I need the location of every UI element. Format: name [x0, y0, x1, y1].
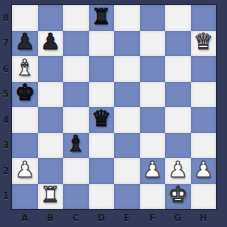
piece-black-pawn: ♟	[15, 31, 35, 53]
rank-labels: 87654321	[0, 5, 12, 209]
piece-white-king: ♚	[168, 184, 188, 206]
square-b5[interactable]	[38, 82, 64, 108]
square-g2[interactable]: ♟	[165, 158, 191, 184]
rank-label-8: 8	[0, 5, 12, 31]
file-label-d: D	[89, 209, 115, 227]
square-f4[interactable]	[140, 107, 166, 133]
square-c5[interactable]	[63, 82, 89, 108]
square-d6[interactable]	[89, 56, 115, 82]
square-f2[interactable]: ♟	[140, 158, 166, 184]
rank-label-4: 4	[0, 107, 12, 133]
rank-label-7: 7	[0, 31, 12, 57]
square-c8[interactable]	[63, 5, 89, 31]
square-g5[interactable]	[165, 82, 191, 108]
square-h3[interactable]	[191, 133, 217, 159]
square-b1[interactable]: ♜	[38, 184, 64, 210]
file-label-c: C	[63, 209, 89, 227]
square-d5[interactable]	[89, 82, 115, 108]
square-a1[interactable]	[12, 184, 38, 210]
square-d2[interactable]	[89, 158, 115, 184]
square-e7[interactable]	[114, 31, 140, 57]
square-e3[interactable]	[114, 133, 140, 159]
square-d3[interactable]	[89, 133, 115, 159]
square-d1[interactable]	[89, 184, 115, 210]
chess-board: ♜♟♟♛♝♚♛♝♟♟♟♟♜♚	[12, 5, 216, 209]
file-label-b: B	[38, 209, 64, 227]
square-h5[interactable]	[191, 82, 217, 108]
piece-black-queen: ♛	[91, 108, 111, 130]
piece-white-pawn: ♟	[142, 159, 162, 181]
rank-label-6: 6	[0, 56, 12, 82]
square-d8[interactable]: ♜	[89, 5, 115, 31]
file-label-f: F	[140, 209, 166, 227]
square-b2[interactable]	[38, 158, 64, 184]
square-c3[interactable]: ♝	[63, 133, 89, 159]
piece-white-queen: ♛	[193, 31, 213, 53]
file-label-e: E	[114, 209, 140, 227]
square-e5[interactable]	[114, 82, 140, 108]
square-d7[interactable]	[89, 31, 115, 57]
piece-white-pawn: ♟	[168, 159, 188, 181]
square-g1[interactable]: ♚	[165, 184, 191, 210]
rank-label-3: 3	[0, 133, 12, 159]
square-a5[interactable]: ♚	[12, 82, 38, 108]
square-a3[interactable]	[12, 133, 38, 159]
square-a8[interactable]	[12, 5, 38, 31]
square-c2[interactable]	[63, 158, 89, 184]
piece-white-pawn: ♟	[15, 159, 35, 181]
square-f3[interactable]	[140, 133, 166, 159]
square-e1[interactable]	[114, 184, 140, 210]
square-c4[interactable]	[63, 107, 89, 133]
square-h6[interactable]	[191, 56, 217, 82]
square-a7[interactable]: ♟	[12, 31, 38, 57]
piece-white-bishop: ♝	[15, 57, 35, 79]
square-e4[interactable]	[114, 107, 140, 133]
square-h8[interactable]	[191, 5, 217, 31]
square-f5[interactable]	[140, 82, 166, 108]
file-label-a: A	[12, 209, 38, 227]
piece-black-pawn: ♟	[40, 31, 60, 53]
file-label-h: H	[191, 209, 217, 227]
square-h4[interactable]	[191, 107, 217, 133]
square-g6[interactable]	[165, 56, 191, 82]
piece-black-rook: ♜	[91, 6, 111, 28]
square-a6[interactable]: ♝	[12, 56, 38, 82]
square-f6[interactable]	[140, 56, 166, 82]
square-e2[interactable]	[114, 158, 140, 184]
file-labels: ABCDEFGH	[12, 209, 216, 227]
square-g8[interactable]	[165, 5, 191, 31]
square-a2[interactable]: ♟	[12, 158, 38, 184]
square-e6[interactable]	[114, 56, 140, 82]
square-b8[interactable]	[38, 5, 64, 31]
rank-label-1: 1	[0, 184, 12, 210]
square-b3[interactable]	[38, 133, 64, 159]
piece-black-bishop: ♝	[66, 133, 86, 155]
square-b7[interactable]: ♟	[38, 31, 64, 57]
square-f8[interactable]	[140, 5, 166, 31]
square-g7[interactable]	[165, 31, 191, 57]
square-c1[interactable]	[63, 184, 89, 210]
square-g4[interactable]	[165, 107, 191, 133]
square-c6[interactable]	[63, 56, 89, 82]
square-e8[interactable]	[114, 5, 140, 31]
rank-label-5: 5	[0, 82, 12, 108]
square-d4[interactable]: ♛	[89, 107, 115, 133]
chessboard-frame: 87654321 ♜♟♟♛♝♚♛♝♟♟♟♟♜♚ ABCDEFGH	[0, 0, 227, 227]
square-b4[interactable]	[38, 107, 64, 133]
square-h7[interactable]: ♛	[191, 31, 217, 57]
square-f1[interactable]	[140, 184, 166, 210]
square-b6[interactable]	[38, 56, 64, 82]
square-c7[interactable]	[63, 31, 89, 57]
square-a4[interactable]	[12, 107, 38, 133]
piece-black-king: ♚	[15, 82, 35, 104]
square-g3[interactable]	[165, 133, 191, 159]
piece-white-rook: ♜	[40, 184, 60, 206]
piece-white-pawn: ♟	[193, 159, 213, 181]
rank-label-2: 2	[0, 158, 12, 184]
file-label-g: G	[165, 209, 191, 227]
square-h1[interactable]	[191, 184, 217, 210]
square-f7[interactable]	[140, 31, 166, 57]
square-h2[interactable]: ♟	[191, 158, 217, 184]
